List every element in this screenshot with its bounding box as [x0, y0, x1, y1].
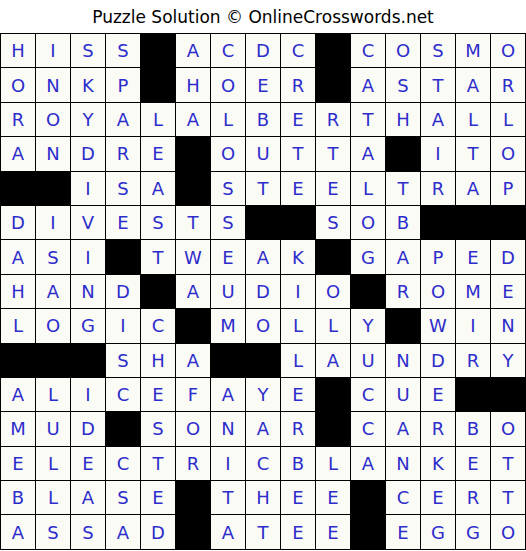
block-cell	[316, 240, 350, 273]
grid-cell: L	[36, 481, 70, 514]
grid-cell: Y	[246, 378, 280, 411]
grid-cell: K	[421, 447, 455, 480]
grid-cell: Y	[491, 344, 525, 377]
block-cell	[421, 206, 455, 239]
grid-cell: A	[1, 515, 35, 548]
block-cell	[36, 172, 70, 205]
grid-cell: P	[421, 240, 455, 273]
grid-cell: S	[106, 34, 140, 67]
grid-cell: H	[246, 481, 280, 514]
grid-cell: C	[141, 309, 175, 342]
grid-cell: A	[351, 447, 385, 480]
grid-cell: B	[386, 206, 420, 239]
grid-cell: D	[71, 412, 105, 445]
grid-cell: D	[246, 34, 280, 67]
grid-cell: I	[36, 34, 70, 67]
grid-cell: L	[456, 103, 490, 136]
grid-cell: R	[176, 447, 210, 480]
grid-cell: N	[386, 344, 420, 377]
grid-cell: A	[386, 412, 420, 445]
grid-cell: E	[421, 378, 455, 411]
grid-cell: A	[1, 378, 35, 411]
grid-cell: T	[246, 172, 280, 205]
block-cell	[211, 344, 245, 377]
grid-cell: E	[281, 378, 315, 411]
crossword-grid: HISSACDCCOSMOONKPHOERASTARROYALALBERTHAL…	[0, 33, 526, 550]
grid-cell: S	[106, 172, 140, 205]
block-cell	[281, 206, 315, 239]
grid-cell: A	[71, 481, 105, 514]
grid-cell: S	[36, 240, 70, 273]
grid-cell: S	[106, 344, 140, 377]
grid-cell: T	[316, 137, 350, 170]
block-cell	[351, 275, 385, 308]
grid-cell: R	[386, 275, 420, 308]
grid-cell: L	[281, 309, 315, 342]
grid-cell: D	[141, 515, 175, 548]
block-cell	[246, 206, 280, 239]
grid-cell: A	[316, 344, 350, 377]
block-cell	[386, 309, 420, 342]
block-cell	[176, 137, 210, 170]
grid-cell: T	[491, 481, 525, 514]
grid-cell: H	[386, 103, 420, 136]
grid-cell: A	[141, 172, 175, 205]
grid-cell: I	[71, 240, 105, 273]
grid-cell: E	[281, 103, 315, 136]
grid-cell: A	[246, 240, 280, 273]
grid-cell: C	[351, 34, 385, 67]
grid-cell: C	[351, 412, 385, 445]
grid-cell: T	[141, 240, 175, 273]
grid-cell: N	[36, 137, 70, 170]
grid-cell: U	[246, 137, 280, 170]
grid-cell: I	[456, 309, 490, 342]
grid-cell: N	[71, 275, 105, 308]
block-cell	[351, 515, 385, 548]
grid-cell: M	[1, 412, 35, 445]
grid-cell: C	[106, 378, 140, 411]
grid-cell: O	[491, 412, 525, 445]
grid-cell: L	[281, 344, 315, 377]
grid-cell: E	[421, 481, 455, 514]
grid-cell: H	[1, 275, 35, 308]
grid-cell: L	[211, 103, 245, 136]
block-cell	[176, 515, 210, 548]
grid-cell: I	[71, 172, 105, 205]
grid-cell: E	[386, 515, 420, 548]
grid-cell: R	[281, 412, 315, 445]
grid-cell: T	[281, 137, 315, 170]
grid-cell: E	[281, 481, 315, 514]
grid-cell: E	[281, 172, 315, 205]
grid-cell: I	[281, 275, 315, 308]
grid-cell: E	[316, 172, 350, 205]
grid-cell: C	[386, 481, 420, 514]
grid-cell: O	[491, 137, 525, 170]
grid-cell: D	[246, 275, 280, 308]
grid-cell: E	[491, 275, 525, 308]
grid-cell: M	[211, 309, 245, 342]
grid-cell: R	[421, 412, 455, 445]
grid-cell: S	[71, 515, 105, 548]
grid-cell: O	[36, 309, 70, 342]
grid-cell: A	[1, 240, 35, 273]
grid-cell: R	[456, 481, 490, 514]
grid-cell: L	[351, 172, 385, 205]
grid-cell: T	[386, 172, 420, 205]
grid-cell: N	[36, 68, 70, 101]
grid-cell: A	[106, 515, 140, 548]
grid-cell: A	[456, 68, 490, 101]
grid-cell: B	[281, 447, 315, 480]
grid-cell: O	[36, 103, 70, 136]
block-cell	[316, 412, 350, 445]
grid-cell: I	[421, 137, 455, 170]
grid-cell: E	[246, 68, 280, 101]
grid-cell: D	[106, 275, 140, 308]
grid-cell: G	[71, 309, 105, 342]
grid-cell: L	[316, 309, 350, 342]
grid-cell: A	[176, 275, 210, 308]
grid-cell: O	[246, 309, 280, 342]
grid-cell: A	[351, 68, 385, 101]
block-cell	[106, 240, 140, 273]
block-cell	[71, 344, 105, 377]
block-cell	[246, 344, 280, 377]
block-cell	[141, 34, 175, 67]
grid-cell: W	[176, 240, 210, 273]
block-cell	[491, 378, 525, 411]
grid-cell: O	[316, 275, 350, 308]
block-cell	[316, 68, 350, 101]
grid-cell: R	[421, 172, 455, 205]
grid-cell: E	[141, 378, 175, 411]
grid-cell: G	[351, 240, 385, 273]
block-cell	[36, 344, 70, 377]
grid-cell: D	[71, 137, 105, 170]
block-cell	[316, 34, 350, 67]
block-cell	[176, 172, 210, 205]
grid-cell: A	[176, 344, 210, 377]
grid-cell: S	[421, 34, 455, 67]
grid-cell: E	[456, 240, 490, 273]
grid-cell: R	[316, 103, 350, 136]
grid-cell: G	[456, 515, 490, 548]
page-title: Puzzle Solution © OnlineCrosswords.net	[0, 0, 526, 33]
grid-cell: K	[281, 240, 315, 273]
grid-cell: S	[211, 172, 245, 205]
grid-cell: S	[211, 206, 245, 239]
grid-cell: B	[1, 481, 35, 514]
grid-cell: C	[106, 447, 140, 480]
grid-cell: O	[421, 275, 455, 308]
grid-cell: B	[246, 103, 280, 136]
grid-cell: S	[386, 68, 420, 101]
grid-cell: L	[36, 378, 70, 411]
grid-cell: P	[491, 172, 525, 205]
grid-cell: T	[456, 137, 490, 170]
grid-cell: N	[386, 447, 420, 480]
grid-cell: E	[456, 447, 490, 480]
grid-cell: L	[316, 447, 350, 480]
block-cell	[456, 206, 490, 239]
grid-cell: S	[106, 481, 140, 514]
grid-cell: T	[421, 68, 455, 101]
block-cell	[176, 309, 210, 342]
grid-cell: A	[421, 103, 455, 136]
grid-cell: A	[211, 378, 245, 411]
grid-cell: A	[176, 103, 210, 136]
grid-cell: A	[246, 412, 280, 445]
grid-cell: E	[316, 481, 350, 514]
grid-cell: K	[71, 68, 105, 101]
grid-cell: T	[141, 447, 175, 480]
block-cell	[316, 378, 350, 411]
grid-cell: A	[106, 103, 140, 136]
block-cell	[141, 68, 175, 101]
grid-cell: I	[106, 309, 140, 342]
grid-cell: A	[386, 240, 420, 273]
grid-cell: P	[106, 68, 140, 101]
grid-cell: U	[211, 275, 245, 308]
grid-cell: H	[141, 344, 175, 377]
grid-cell: C	[281, 34, 315, 67]
grid-cell: G	[421, 515, 455, 548]
grid-cell: O	[1, 68, 35, 101]
block-cell	[456, 378, 490, 411]
grid-cell: C	[211, 34, 245, 67]
block-cell	[106, 412, 140, 445]
grid-cell: S	[141, 412, 175, 445]
block-cell	[386, 137, 420, 170]
grid-cell: U	[351, 344, 385, 377]
grid-cell: E	[211, 240, 245, 273]
grid-cell: A	[351, 137, 385, 170]
grid-cell: O	[351, 206, 385, 239]
block-cell	[176, 481, 210, 514]
block-cell	[1, 344, 35, 377]
grid-cell: D	[1, 206, 35, 239]
grid-cell: W	[421, 309, 455, 342]
grid-cell: U	[386, 378, 420, 411]
grid-cell: T	[211, 481, 245, 514]
grid-cell: O	[386, 34, 420, 67]
grid-cell: A	[1, 137, 35, 170]
grid-cell: E	[141, 481, 175, 514]
grid-cell: E	[1, 447, 35, 480]
grid-cell: I	[36, 206, 70, 239]
grid-cell: T	[351, 103, 385, 136]
grid-cell: E	[71, 447, 105, 480]
grid-cell: S	[316, 206, 350, 239]
grid-cell: A	[456, 172, 490, 205]
grid-cell: R	[1, 103, 35, 136]
grid-cell: M	[456, 34, 490, 67]
block-cell	[141, 275, 175, 308]
grid-cell: O	[491, 34, 525, 67]
grid-cell: E	[281, 515, 315, 548]
grid-cell: N	[491, 309, 525, 342]
block-cell	[1, 172, 35, 205]
grid-cell: A	[176, 34, 210, 67]
grid-cell: A	[211, 515, 245, 548]
grid-cell: T	[176, 206, 210, 239]
block-cell	[351, 481, 385, 514]
grid-cell: D	[421, 344, 455, 377]
grid-cell: S	[71, 34, 105, 67]
grid-cell: V	[71, 206, 105, 239]
grid-cell: H	[1, 34, 35, 67]
grid-cell: U	[36, 412, 70, 445]
grid-cell: T	[491, 447, 525, 480]
grid-cell: L	[1, 309, 35, 342]
block-cell	[491, 206, 525, 239]
grid-cell: E	[106, 206, 140, 239]
grid-cell: O	[211, 137, 245, 170]
grid-cell: B	[456, 412, 490, 445]
grid-cell: L	[491, 103, 525, 136]
grid-cell: N	[211, 412, 245, 445]
grid-cell: R	[281, 68, 315, 101]
grid-cell: D	[491, 240, 525, 273]
grid-cell: C	[246, 447, 280, 480]
grid-cell: E	[141, 137, 175, 170]
grid-cell: O	[176, 412, 210, 445]
grid-cell: O	[491, 515, 525, 548]
grid-cell: R	[491, 68, 525, 101]
grid-cell: C	[351, 378, 385, 411]
grid-cell: T	[246, 515, 280, 548]
grid-cell: I	[71, 378, 105, 411]
grid-cell: Y	[351, 309, 385, 342]
grid-cell: R	[106, 137, 140, 170]
grid-cell: L	[141, 103, 175, 136]
grid-cell: S	[141, 206, 175, 239]
grid-cell: F	[176, 378, 210, 411]
grid-cell: I	[211, 447, 245, 480]
grid-cell: Y	[71, 103, 105, 136]
grid-cell: A	[36, 275, 70, 308]
grid-cell: S	[36, 515, 70, 548]
grid-cell: M	[456, 275, 490, 308]
grid-cell: O	[211, 68, 245, 101]
grid-cell: L	[36, 447, 70, 480]
grid-cell: E	[316, 515, 350, 548]
grid-cell: R	[456, 344, 490, 377]
grid-cell: H	[176, 68, 210, 101]
